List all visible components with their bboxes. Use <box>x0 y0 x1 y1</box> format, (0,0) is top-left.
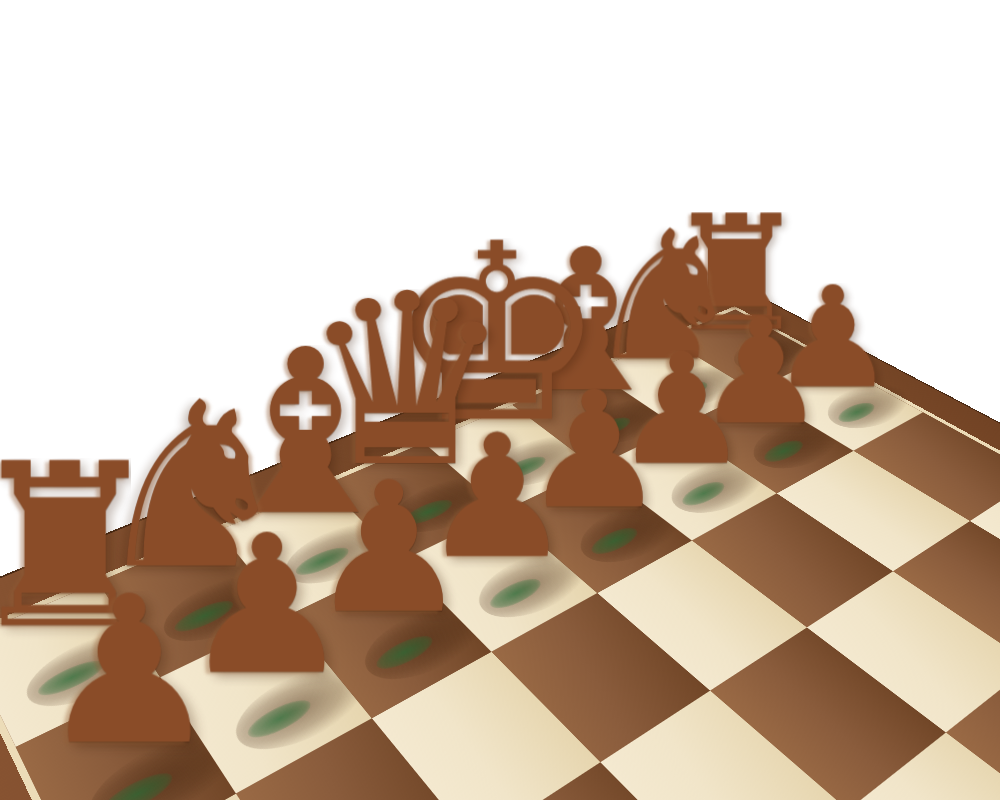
felt-base <box>96 766 178 800</box>
photo-scene: ♜♞♝♛♚♝♞♜♟︎♟︎♟︎♟︎♟︎♟︎♟︎♟︎ <box>0 0 1000 800</box>
chess-board-grid: ♜♞♝♛♚♝♞♜♟︎♟︎♟︎♟︎♟︎♟︎♟︎♟︎ <box>0 306 1000 800</box>
black-pawn-a7[interactable]: ♟︎ <box>38 592 221 751</box>
square-a7[interactable]: ♟︎ <box>16 677 236 800</box>
chess-board: ♜♞♝♛♚♝♞♜♟︎♟︎♟︎♟︎♟︎♟︎♟︎♟︎ <box>0 281 1000 800</box>
